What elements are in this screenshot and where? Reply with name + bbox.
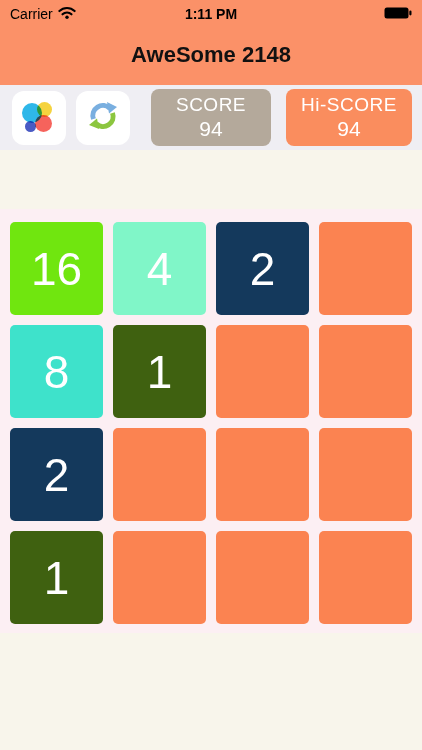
empty-cell: [319, 222, 412, 315]
empty-cell: [113, 531, 206, 624]
tile-2: 2: [216, 222, 309, 315]
app-header: Carrier 1:11 PM Awe: [0, 0, 422, 85]
empty-cell: [216, 428, 309, 521]
hi-score-label: Hi-SCORE: [301, 93, 397, 117]
game-center-button[interactable]: [12, 91, 66, 145]
toolbar: SCORE 94 Hi-SCORE 94: [0, 85, 422, 150]
tile-1: 1: [113, 325, 206, 418]
tile-8: 8: [10, 325, 103, 418]
score-box: SCORE 94: [151, 89, 271, 146]
page-title: AweSome 2148: [0, 26, 422, 84]
top-spacer: [0, 150, 422, 209]
tile-1: 1: [10, 531, 103, 624]
restart-button[interactable]: [76, 91, 130, 145]
clock: 1:11 PM: [0, 6, 422, 22]
hi-score-box: Hi-SCORE 94: [286, 89, 412, 146]
empty-cell: [216, 325, 309, 418]
empty-cell: [319, 531, 412, 624]
tile-2: 2: [10, 428, 103, 521]
game-board[interactable]: 16428121: [0, 209, 422, 633]
status-bar: Carrier 1:11 PM: [0, 0, 422, 26]
app-screen: Carrier 1:11 PM Awe: [0, 0, 422, 750]
bottom-spacer: [0, 633, 422, 750]
tile-4: 4: [113, 222, 206, 315]
empty-cell: [113, 428, 206, 521]
game-center-bubbles-icon: [22, 101, 56, 135]
score-value: 94: [199, 116, 222, 142]
empty-cell: [319, 325, 412, 418]
refresh-icon: [85, 98, 121, 137]
tile-16: 16: [10, 222, 103, 315]
empty-cell: [319, 428, 412, 521]
empty-cell: [216, 531, 309, 624]
hi-score-value: 94: [337, 116, 360, 142]
score-label: SCORE: [176, 93, 246, 117]
